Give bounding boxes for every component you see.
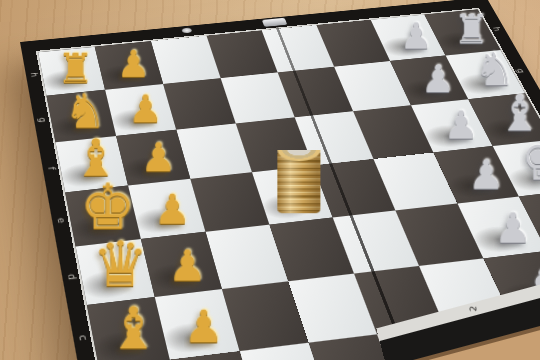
silver-pawn-piece[interactable]: ♟ bbox=[399, 19, 432, 54]
hinge-icon bbox=[262, 18, 288, 27]
gold-rook-piece[interactable]: ♜ bbox=[56, 49, 93, 88]
silver-pawn-piece[interactable]: ♟ bbox=[443, 107, 478, 144]
gold-queen-piece[interactable]: ♛ bbox=[91, 235, 147, 295]
clasp-icon bbox=[181, 28, 192, 34]
gold-pawn-piece[interactable]: ♟ bbox=[167, 246, 206, 287]
gold-bishop-piece[interactable]: ♝ bbox=[107, 302, 159, 357]
silver-pawn-piece[interactable]: ♟ bbox=[467, 156, 503, 194]
gold-pawn-piece[interactable]: ♟ bbox=[128, 91, 163, 128]
coin-stack[interactable] bbox=[277, 150, 320, 214]
coin-top-face bbox=[277, 138, 320, 161]
gold-pawn-piece[interactable]: ♟ bbox=[140, 139, 176, 177]
gold-pawn-piece[interactable]: ♟ bbox=[116, 47, 149, 82]
gold-pawn-piece[interactable]: ♟ bbox=[153, 190, 190, 229]
silver-king-piece[interactable]: ♚ bbox=[519, 130, 540, 187]
gold-pawn-piece[interactable]: ♟ bbox=[183, 306, 223, 349]
table-surface: ♜♟♟♜♞♟♟♞♝♟♟♝♚♟♟♚♛♟♟♛♝♟♟♝♞♟♟♞♜♟♟♜ hgfedcb… bbox=[0, 0, 540, 360]
rank-label-bottom-right: 2 bbox=[468, 306, 478, 312]
square-e4[interactable] bbox=[252, 166, 333, 225]
silver-pawn-piece[interactable]: ♟ bbox=[494, 209, 532, 249]
silver-pawn-piece[interactable]: ♟ bbox=[420, 62, 454, 98]
photo-canvas: ♜♟♟♜♞♟♟♞♝♟♟♝♚♟♟♚♛♟♟♛♝♟♟♝♞♟♟♞♜♟♟♜ hgfedcb… bbox=[0, 0, 540, 360]
square-c1[interactable]: ♝ bbox=[87, 297, 170, 360]
